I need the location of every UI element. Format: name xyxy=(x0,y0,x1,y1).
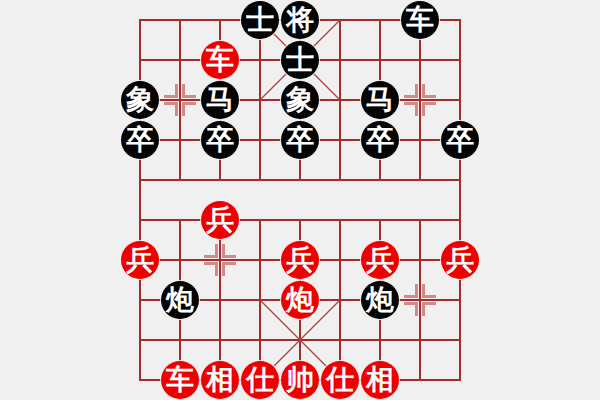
piece-red-elephant[interactable]: 相 xyxy=(361,361,399,399)
piece-black-soldier[interactable]: 卒 xyxy=(281,121,319,159)
point-marker-corner xyxy=(422,284,436,298)
piece-red-chariot[interactable]: 车 xyxy=(161,361,199,399)
piece-black-cannon[interactable]: 炮 xyxy=(361,281,399,319)
piece-black-soldier[interactable]: 卒 xyxy=(121,121,159,159)
point-marker-corner xyxy=(404,302,418,316)
piece-red-soldier[interactable]: 兵 xyxy=(201,201,239,239)
point-marker-corner xyxy=(422,102,436,116)
piece-red-general[interactable]: 帅 xyxy=(281,361,319,399)
point-marker-corner xyxy=(164,84,178,98)
xiangqi-app-screen: 士将车车士象马象马卒卒卒卒卒兵兵兵兵兵炮炮炮车相仕帅仕相 xyxy=(0,0,600,400)
piece-red-soldier[interactable]: 兵 xyxy=(441,241,479,279)
piece-red-chariot[interactable]: 车 xyxy=(201,41,239,79)
xiangqi-board[interactable]: 士将车车士象马象马卒卒卒卒卒兵兵兵兵兵炮炮炮车相仕帅仕相 xyxy=(0,0,600,400)
piece-black-soldier[interactable]: 卒 xyxy=(441,121,479,159)
point-marker-corner xyxy=(222,244,236,258)
piece-black-soldier[interactable]: 卒 xyxy=(201,121,239,159)
point-marker-corner xyxy=(204,262,218,276)
piece-black-advisor[interactable]: 士 xyxy=(241,1,279,39)
point-marker xyxy=(402,82,438,118)
piece-black-horse[interactable]: 马 xyxy=(361,81,399,119)
point-marker-corner xyxy=(422,84,436,98)
point-marker-corner xyxy=(222,262,236,276)
point-marker xyxy=(162,82,198,118)
piece-red-elephant[interactable]: 相 xyxy=(201,361,239,399)
piece-black-advisor[interactable]: 士 xyxy=(281,41,319,79)
point-marker xyxy=(402,282,438,318)
piece-red-soldier[interactable]: 兵 xyxy=(281,241,319,279)
piece-black-cannon[interactable]: 炮 xyxy=(161,281,199,319)
piece-black-soldier[interactable]: 卒 xyxy=(361,121,399,159)
point-marker-corner xyxy=(182,102,196,116)
piece-red-soldier[interactable]: 兵 xyxy=(361,241,399,279)
piece-red-advisor[interactable]: 仕 xyxy=(321,361,359,399)
piece-black-chariot[interactable]: 车 xyxy=(401,1,439,39)
piece-red-advisor[interactable]: 仕 xyxy=(241,361,279,399)
piece-black-elephant[interactable]: 象 xyxy=(121,81,159,119)
piece-red-soldier[interactable]: 兵 xyxy=(121,241,159,279)
point-marker-corner xyxy=(404,284,418,298)
piece-black-horse[interactable]: 马 xyxy=(201,81,239,119)
piece-black-elephant[interactable]: 象 xyxy=(281,81,319,119)
point-marker xyxy=(202,242,238,278)
point-marker-corner xyxy=(404,102,418,116)
piece-red-cannon[interactable]: 炮 xyxy=(281,281,319,319)
point-marker-corner xyxy=(182,84,196,98)
point-marker-corner xyxy=(164,102,178,116)
point-marker-corner xyxy=(404,84,418,98)
point-marker-corner xyxy=(204,244,218,258)
point-marker-corner xyxy=(422,302,436,316)
piece-black-general[interactable]: 将 xyxy=(281,1,319,39)
